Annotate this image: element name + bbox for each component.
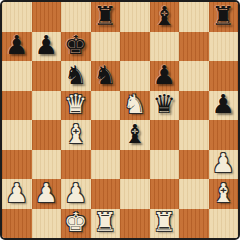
square-h3[interactable]: ♟ bbox=[209, 150, 239, 180]
square-h7[interactable] bbox=[209, 32, 239, 62]
square-g2[interactable] bbox=[179, 179, 209, 209]
piece-black-rook-h8[interactable]: ♜ bbox=[212, 3, 235, 29]
square-g8[interactable] bbox=[179, 2, 209, 32]
square-f6[interactable]: ♟ bbox=[150, 61, 180, 91]
square-a1[interactable] bbox=[2, 209, 32, 239]
square-h1[interactable] bbox=[209, 209, 239, 239]
square-c2[interactable]: ♟ bbox=[61, 179, 91, 209]
piece-black-pawn-a7[interactable]: ♟ bbox=[5, 32, 28, 58]
square-b4[interactable] bbox=[32, 120, 62, 150]
piece-white-knight-e5[interactable]: ♞ bbox=[123, 91, 146, 117]
square-c4[interactable]: ♝ bbox=[61, 120, 91, 150]
square-c7[interactable]: ♚ bbox=[61, 32, 91, 62]
square-h2[interactable]: ♝ bbox=[209, 179, 239, 209]
square-a7[interactable]: ♟ bbox=[2, 32, 32, 62]
square-b3[interactable] bbox=[32, 150, 62, 180]
chess-diagram: ♜♝♜♟♟♚♞♞♟♛♞♛♟♝♝♟♟♟♟♝♚♜♜ bbox=[0, 0, 240, 240]
square-b8[interactable] bbox=[32, 2, 62, 32]
square-g4[interactable] bbox=[179, 120, 209, 150]
square-d7[interactable] bbox=[91, 32, 121, 62]
piece-black-knight-d6[interactable]: ♞ bbox=[94, 62, 117, 88]
square-d5[interactable] bbox=[91, 91, 121, 121]
square-a5[interactable] bbox=[2, 91, 32, 121]
square-d4[interactable] bbox=[91, 120, 121, 150]
piece-white-king-c1[interactable]: ♚ bbox=[64, 209, 87, 235]
square-b1[interactable] bbox=[32, 209, 62, 239]
square-h4[interactable] bbox=[209, 120, 239, 150]
square-b5[interactable] bbox=[32, 91, 62, 121]
square-g7[interactable] bbox=[179, 32, 209, 62]
piece-black-bishop-e4[interactable]: ♝ bbox=[123, 121, 146, 147]
square-e7[interactable] bbox=[120, 32, 150, 62]
piece-black-pawn-h5[interactable]: ♟ bbox=[212, 91, 235, 117]
square-g6[interactable] bbox=[179, 61, 209, 91]
piece-white-bishop-h2[interactable]: ♝ bbox=[212, 180, 235, 206]
piece-black-knight-c6[interactable]: ♞ bbox=[64, 62, 87, 88]
square-f2[interactable] bbox=[150, 179, 180, 209]
square-h6[interactable] bbox=[209, 61, 239, 91]
square-g1[interactable] bbox=[179, 209, 209, 239]
square-f3[interactable] bbox=[150, 150, 180, 180]
chess-board: ♜♝♜♟♟♚♞♞♟♛♞♛♟♝♝♟♟♟♟♝♚♜♜ bbox=[0, 0, 240, 240]
square-a3[interactable] bbox=[2, 150, 32, 180]
square-a2[interactable]: ♟ bbox=[2, 179, 32, 209]
square-e8[interactable] bbox=[120, 2, 150, 32]
piece-white-queen-c5[interactable]: ♛ bbox=[64, 91, 87, 117]
square-c1[interactable]: ♚ bbox=[61, 209, 91, 239]
square-e5[interactable]: ♞ bbox=[120, 91, 150, 121]
square-e1[interactable] bbox=[120, 209, 150, 239]
square-e4[interactable]: ♝ bbox=[120, 120, 150, 150]
square-d6[interactable]: ♞ bbox=[91, 61, 121, 91]
square-c8[interactable] bbox=[61, 2, 91, 32]
square-g3[interactable] bbox=[179, 150, 209, 180]
piece-black-pawn-b7[interactable]: ♟ bbox=[35, 32, 58, 58]
square-f8[interactable]: ♝ bbox=[150, 2, 180, 32]
square-b7[interactable]: ♟ bbox=[32, 32, 62, 62]
square-b6[interactable] bbox=[32, 61, 62, 91]
piece-black-rook-d8[interactable]: ♜ bbox=[94, 3, 117, 29]
piece-white-bishop-c4[interactable]: ♝ bbox=[64, 121, 87, 147]
square-f5[interactable]: ♛ bbox=[150, 91, 180, 121]
piece-white-rook-d1[interactable]: ♜ bbox=[94, 209, 117, 235]
piece-white-pawn-a2[interactable]: ♟ bbox=[5, 180, 28, 206]
piece-white-pawn-b2[interactable]: ♟ bbox=[35, 180, 58, 206]
square-f7[interactable] bbox=[150, 32, 180, 62]
square-a8[interactable] bbox=[2, 2, 32, 32]
piece-black-queen-f5[interactable]: ♛ bbox=[153, 91, 176, 117]
square-a6[interactable] bbox=[2, 61, 32, 91]
piece-white-pawn-c2[interactable]: ♟ bbox=[64, 180, 87, 206]
square-d3[interactable] bbox=[91, 150, 121, 180]
square-e6[interactable] bbox=[120, 61, 150, 91]
square-d1[interactable]: ♜ bbox=[91, 209, 121, 239]
square-a4[interactable] bbox=[2, 120, 32, 150]
square-d8[interactable]: ♜ bbox=[91, 2, 121, 32]
piece-white-rook-f1[interactable]: ♜ bbox=[153, 209, 176, 235]
square-h8[interactable]: ♜ bbox=[209, 2, 239, 32]
piece-black-pawn-f6[interactable]: ♟ bbox=[153, 62, 176, 88]
square-e2[interactable] bbox=[120, 179, 150, 209]
square-f1[interactable]: ♜ bbox=[150, 209, 180, 239]
piece-black-bishop-f8[interactable]: ♝ bbox=[153, 3, 176, 29]
square-c5[interactable]: ♛ bbox=[61, 91, 91, 121]
piece-black-king-c7[interactable]: ♚ bbox=[64, 32, 87, 58]
square-b2[interactable]: ♟ bbox=[32, 179, 62, 209]
piece-white-pawn-h3[interactable]: ♟ bbox=[212, 150, 235, 176]
square-g5[interactable] bbox=[179, 91, 209, 121]
square-c3[interactable] bbox=[61, 150, 91, 180]
square-c6[interactable]: ♞ bbox=[61, 61, 91, 91]
square-f4[interactable] bbox=[150, 120, 180, 150]
square-d2[interactable] bbox=[91, 179, 121, 209]
square-e3[interactable] bbox=[120, 150, 150, 180]
square-h5[interactable]: ♟ bbox=[209, 91, 239, 121]
